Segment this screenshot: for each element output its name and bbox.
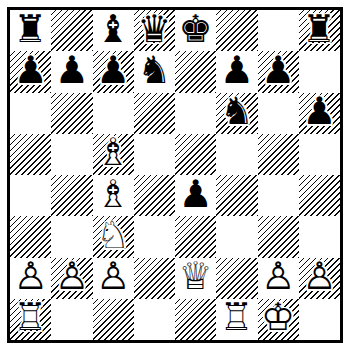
- square-b5[interactable]: [51, 134, 92, 175]
- square-a8[interactable]: ♜♜: [10, 10, 51, 51]
- chess-board: ♜♜♝♝♛♛♚♚♜♜♟♟♟♟♟♟♞♞♟♟♟♟♞♞♟♟♝♗♝♗♟♟♞♘♟♙♟♙♟♙…: [10, 10, 340, 340]
- piece-white-rook: ♖: [14, 299, 48, 337]
- square-e5[interactable]: [175, 134, 216, 175]
- square-e6[interactable]: [175, 93, 216, 134]
- piece-black-king: ♚: [179, 10, 213, 48]
- square-e3[interactable]: [175, 216, 216, 257]
- black-queen-halo: ♛: [137, 10, 171, 48]
- piece-black-pawn: ♟: [179, 175, 213, 213]
- square-e4[interactable]: ♟♟: [175, 175, 216, 216]
- piece-white-queen: ♕: [179, 258, 213, 296]
- white-pawn-halo: ♟: [14, 258, 48, 296]
- square-a3[interactable]: [10, 216, 51, 257]
- piece-black-knight: ♞: [220, 93, 254, 131]
- square-e8[interactable]: ♚♚: [175, 10, 216, 51]
- square-h8[interactable]: ♜♜: [299, 10, 340, 51]
- piece-white-pawn: ♙: [55, 258, 89, 296]
- square-b8[interactable]: [51, 10, 92, 51]
- square-f2[interactable]: [216, 258, 257, 299]
- white-knight-halo: ♞: [96, 216, 130, 254]
- square-h4[interactable]: [299, 175, 340, 216]
- black-pawn-halo: ♟: [179, 175, 213, 213]
- black-pawn-halo: ♟: [55, 51, 89, 89]
- square-f6[interactable]: ♞♞: [216, 93, 257, 134]
- black-rook-halo: ♜: [14, 10, 48, 48]
- piece-black-pawn: ♟: [302, 93, 336, 131]
- square-b2[interactable]: ♟♙: [51, 258, 92, 299]
- piece-black-queen: ♛: [137, 10, 171, 48]
- piece-white-king: ♔: [261, 299, 295, 337]
- square-f7[interactable]: ♟♟: [216, 51, 257, 92]
- piece-black-rook: ♜: [14, 10, 48, 48]
- square-g7[interactable]: ♟♟: [258, 51, 299, 92]
- white-bishop-halo: ♝: [96, 134, 130, 172]
- black-pawn-halo: ♟: [96, 51, 130, 89]
- square-h3[interactable]: [299, 216, 340, 257]
- black-king-halo: ♚: [179, 10, 213, 48]
- piece-white-rook: ♖: [220, 299, 254, 337]
- square-d6[interactable]: [134, 93, 175, 134]
- white-rook-halo: ♜: [14, 299, 48, 337]
- piece-white-knight: ♘: [96, 216, 130, 254]
- square-g4[interactable]: [258, 175, 299, 216]
- square-e2[interactable]: ♛♕: [175, 258, 216, 299]
- black-knight-halo: ♞: [220, 93, 254, 131]
- square-d4[interactable]: [134, 175, 175, 216]
- square-a2[interactable]: ♟♙: [10, 258, 51, 299]
- black-bishop-halo: ♝: [96, 10, 130, 48]
- black-knight-halo: ♞: [137, 51, 171, 89]
- piece-black-pawn: ♟: [220, 51, 254, 89]
- square-f5[interactable]: [216, 134, 257, 175]
- square-h7[interactable]: [299, 51, 340, 92]
- piece-white-bishop: ♗: [96, 134, 130, 172]
- square-a6[interactable]: [10, 93, 51, 134]
- square-h2[interactable]: ♟♙: [299, 258, 340, 299]
- black-pawn-halo: ♟: [261, 51, 295, 89]
- square-c3[interactable]: ♞♘: [93, 216, 134, 257]
- square-a5[interactable]: [10, 134, 51, 175]
- piece-white-pawn: ♙: [261, 258, 295, 296]
- square-d2[interactable]: [134, 258, 175, 299]
- square-d8[interactable]: ♛♛: [134, 10, 175, 51]
- white-rook-halo: ♜: [220, 299, 254, 337]
- piece-black-pawn: ♟: [96, 51, 130, 89]
- square-b7[interactable]: ♟♟: [51, 51, 92, 92]
- square-f4[interactable]: [216, 175, 257, 216]
- white-bishop-halo: ♝: [96, 175, 130, 213]
- square-b1[interactable]: [51, 299, 92, 340]
- piece-black-knight: ♞: [137, 51, 171, 89]
- piece-black-pawn: ♟: [55, 51, 89, 89]
- square-a1[interactable]: ♜♖: [10, 299, 51, 340]
- square-b6[interactable]: [51, 93, 92, 134]
- chess-diagram: ♜♜♝♝♛♛♚♚♜♜♟♟♟♟♟♟♞♞♟♟♟♟♞♞♟♟♝♗♝♗♟♟♞♘♟♙♟♙♟♙…: [0, 0, 350, 350]
- black-pawn-halo: ♟: [302, 93, 336, 131]
- black-pawn-halo: ♟: [14, 51, 48, 89]
- piece-black-pawn: ♟: [14, 51, 48, 89]
- square-e1[interactable]: [175, 299, 216, 340]
- piece-black-pawn: ♟: [261, 51, 295, 89]
- square-c7[interactable]: ♟♟: [93, 51, 134, 92]
- square-c8[interactable]: ♝♝: [93, 10, 134, 51]
- square-b3[interactable]: [51, 216, 92, 257]
- white-pawn-halo: ♟: [55, 258, 89, 296]
- white-pawn-halo: ♟: [96, 258, 130, 296]
- square-c2[interactable]: ♟♙: [93, 258, 134, 299]
- piece-white-pawn: ♙: [14, 258, 48, 296]
- square-h5[interactable]: [299, 134, 340, 175]
- square-e7[interactable]: [175, 51, 216, 92]
- square-f8[interactable]: [216, 10, 257, 51]
- square-h1[interactable]: [299, 299, 340, 340]
- piece-white-bishop: ♗: [96, 175, 130, 213]
- piece-white-pawn: ♙: [96, 258, 130, 296]
- white-pawn-halo: ♟: [302, 258, 336, 296]
- square-f1[interactable]: ♜♖: [216, 299, 257, 340]
- piece-black-rook: ♜: [302, 10, 336, 48]
- square-c5[interactable]: ♝♗: [93, 134, 134, 175]
- black-rook-halo: ♜: [302, 10, 336, 48]
- square-g3[interactable]: [258, 216, 299, 257]
- board-frame: ♜♜♝♝♛♛♚♚♜♜♟♟♟♟♟♟♞♞♟♟♟♟♞♞♟♟♝♗♝♗♟♟♞♘♟♙♟♙♟♙…: [7, 7, 343, 343]
- white-king-halo: ♚: [261, 299, 295, 337]
- square-b4[interactable]: [51, 175, 92, 216]
- square-d5[interactable]: [134, 134, 175, 175]
- white-queen-halo: ♛: [179, 258, 213, 296]
- square-d1[interactable]: [134, 299, 175, 340]
- square-g6[interactable]: [258, 93, 299, 134]
- square-g1[interactable]: ♚♔: [258, 299, 299, 340]
- square-d7[interactable]: ♞♞: [134, 51, 175, 92]
- square-g8[interactable]: [258, 10, 299, 51]
- piece-white-pawn: ♙: [302, 258, 336, 296]
- square-h6[interactable]: ♟♟: [299, 93, 340, 134]
- square-c6[interactable]: [93, 93, 134, 134]
- square-d3[interactable]: [134, 216, 175, 257]
- square-g2[interactable]: ♟♙: [258, 258, 299, 299]
- white-pawn-halo: ♟: [261, 258, 295, 296]
- square-c4[interactable]: ♝♗: [93, 175, 134, 216]
- square-g5[interactable]: [258, 134, 299, 175]
- square-a7[interactable]: ♟♟: [10, 51, 51, 92]
- black-pawn-halo: ♟: [220, 51, 254, 89]
- square-a4[interactable]: [10, 175, 51, 216]
- piece-black-bishop: ♝: [96, 10, 130, 48]
- square-f3[interactable]: [216, 216, 257, 257]
- square-c1[interactable]: [93, 299, 134, 340]
